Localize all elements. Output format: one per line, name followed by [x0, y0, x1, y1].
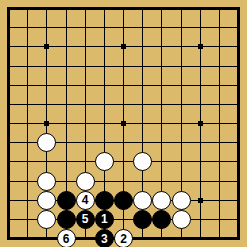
stone-black[interactable]: [152, 210, 171, 229]
stone-black-move-1[interactable]: 1: [95, 210, 114, 229]
stone-white[interactable]: [37, 210, 56, 229]
stone-black[interactable]: [114, 191, 133, 210]
stone-white[interactable]: [37, 133, 56, 152]
stone-white[interactable]: [37, 172, 56, 191]
star-point: [121, 44, 126, 49]
stone-black-move-3[interactable]: 3: [95, 229, 114, 247]
star-point: [44, 121, 49, 126]
gridline-vertical-11: [219, 9, 220, 239]
stone-white[interactable]: [37, 191, 56, 210]
stone-black-move-5[interactable]: 5: [76, 210, 95, 229]
stone-white[interactable]: [172, 210, 191, 229]
stone-white[interactable]: [172, 191, 191, 210]
stone-white[interactable]: [76, 172, 95, 191]
go-board-diagram: 451632: [0, 0, 247, 247]
star-point: [198, 121, 203, 126]
stone-white[interactable]: [152, 191, 171, 210]
gridline-horizontal-8: [9, 161, 239, 162]
stone-white-move-2[interactable]: 2: [114, 229, 133, 247]
stone-white[interactable]: [133, 191, 152, 210]
stone-white[interactable]: [133, 152, 152, 171]
stone-white-move-4[interactable]: 4: [76, 191, 95, 210]
stone-black[interactable]: [95, 191, 114, 210]
star-point: [198, 198, 203, 203]
stone-black[interactable]: [133, 210, 152, 229]
star-point: [44, 44, 49, 49]
stone-white[interactable]: [95, 152, 114, 171]
goban[interactable]: 451632: [0, 0, 247, 247]
star-point: [198, 44, 203, 49]
stone-white-move-6[interactable]: 6: [57, 229, 76, 247]
stone-black[interactable]: [57, 191, 76, 210]
stone-black[interactable]: [57, 210, 76, 229]
star-point: [121, 121, 126, 126]
